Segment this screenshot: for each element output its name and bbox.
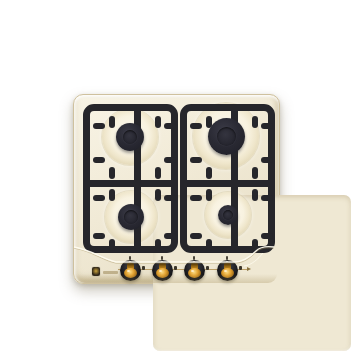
grate-finger: [190, 233, 202, 239]
grate-finger: [93, 123, 105, 129]
grate-finger: [206, 189, 212, 201]
grate-finger: [155, 167, 161, 179]
knob-position-mark: [161, 256, 163, 260]
knob-position-mark: [193, 256, 195, 260]
grate-finger: [261, 123, 273, 129]
knob-handle-bulb: [221, 268, 234, 278]
grate-finger: [252, 189, 258, 201]
grate-finger: [93, 157, 105, 163]
grate-finger: [261, 195, 273, 201]
grate-finger: [252, 116, 258, 128]
knob-brass-handle: [188, 262, 201, 279]
grate-finger: [164, 233, 176, 239]
knob-handle-bulb: [124, 268, 137, 278]
grate-finger: [261, 157, 273, 163]
flame-setting-mark-icon: [142, 266, 145, 270]
grate-finger: [155, 189, 161, 201]
knob-brass-handle: [124, 262, 137, 279]
grate-finger: [155, 116, 161, 128]
burner-cap-top-right: [208, 118, 245, 155]
grate-finger: [109, 189, 115, 201]
flame-setting-mark-icon: [239, 266, 242, 270]
flame-setting-mark-icon: [206, 266, 209, 270]
grate-finger: [164, 157, 176, 163]
grate-finger: [109, 167, 115, 179]
burner-control-knob-2: [152, 260, 173, 281]
grate-finger: [190, 195, 202, 201]
burner-control-knob-3: [184, 260, 205, 281]
burner-cap-top-left: [116, 123, 144, 151]
control-panel: [74, 247, 279, 283]
grate-finger: [164, 195, 176, 201]
grate-finger: [261, 233, 273, 239]
knob-handle-bulb: [188, 268, 201, 278]
knob-row: [74, 247, 279, 283]
burner-cap-bottom-right: [218, 205, 238, 225]
grate-finger: [93, 195, 105, 201]
grate-finger: [190, 157, 202, 163]
grate-finger: [206, 167, 212, 179]
grate-middle-bar: [88, 180, 173, 187]
product-photo: [0, 0, 360, 360]
grate-finger: [109, 116, 115, 128]
grate-finger: [164, 123, 176, 129]
knob-position-mark: [226, 256, 228, 260]
knob-position-mark: [129, 256, 131, 260]
grate-finger: [93, 233, 105, 239]
grate-finger: [190, 123, 202, 129]
grate-middle-bar: [185, 180, 270, 187]
burner-control-knob-1: [120, 260, 141, 281]
gas-hob: [73, 94, 280, 284]
grate-finger: [252, 167, 258, 179]
knob-handle-bulb: [156, 268, 169, 278]
knob-brass-handle: [156, 262, 169, 279]
flame-setting-mark-icon: [174, 266, 177, 270]
burner-control-knob-4: [217, 260, 238, 281]
knob-brass-handle: [221, 262, 234, 279]
burner-cap-bottom-left: [118, 204, 144, 230]
